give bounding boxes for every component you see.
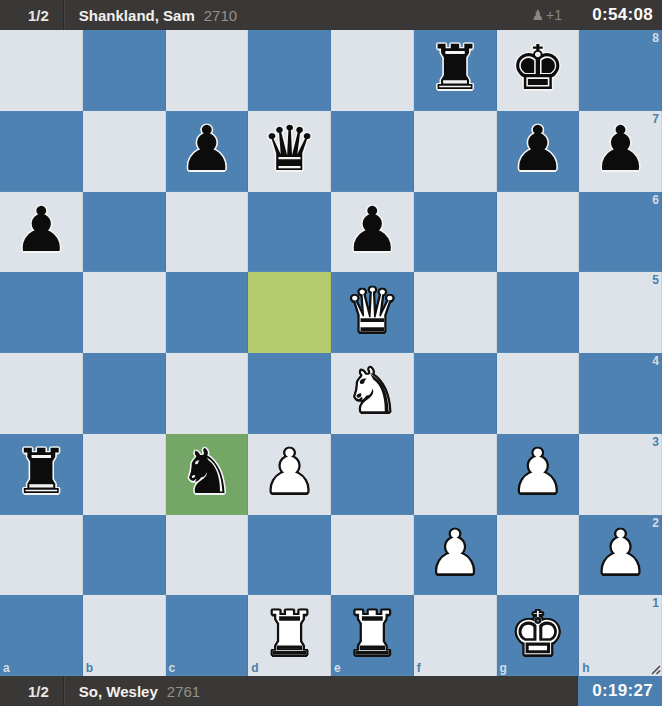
square-g1[interactable]: ♚g	[497, 595, 580, 676]
square-d6[interactable]	[248, 192, 331, 273]
square-a7[interactable]	[0, 111, 83, 192]
square-e4[interactable]: ♞	[331, 353, 414, 434]
rank-label-1: 1	[652, 597, 659, 609]
square-e1[interactable]: ♜e	[331, 595, 414, 676]
square-b1[interactable]: b	[83, 595, 166, 676]
square-d3[interactable]: ♟	[248, 434, 331, 515]
square-c7[interactable]: ♟	[166, 111, 249, 192]
square-b6[interactable]	[83, 192, 166, 273]
square-g6[interactable]	[497, 192, 580, 273]
piece-white-queen-e5[interactable]: ♛	[345, 280, 401, 342]
square-b5[interactable]	[83, 272, 166, 353]
square-g3[interactable]: ♟	[497, 434, 580, 515]
square-b8[interactable]	[83, 30, 166, 111]
top-player-status: ♟ +1 0:54:08	[531, 0, 662, 30]
square-a8[interactable]	[0, 30, 83, 111]
rank-label-7: 7	[652, 113, 659, 125]
bar-divider	[63, 0, 64, 30]
square-h4[interactable]: 4	[579, 353, 662, 434]
square-h3[interactable]: 3	[579, 434, 662, 515]
square-c4[interactable]	[166, 353, 249, 434]
square-a3[interactable]: ♜	[0, 434, 83, 515]
square-g4[interactable]	[497, 353, 580, 434]
piece-black-pawn-h7[interactable]: ♟	[593, 118, 649, 180]
file-label-c: c	[169, 662, 176, 674]
bottom-player-bar: 1/2 So, Wesley 2761 0:19:27	[0, 676, 662, 706]
square-f8[interactable]: ♜	[414, 30, 497, 111]
piece-black-rook-f8[interactable]: ♜	[427, 37, 483, 99]
square-e8[interactable]	[331, 30, 414, 111]
piece-black-pawn-c7[interactable]: ♟	[179, 118, 235, 180]
piece-white-pawn-h2[interactable]: ♟	[593, 522, 649, 584]
square-d2[interactable]	[248, 515, 331, 596]
square-c2[interactable]	[166, 515, 249, 596]
file-label-g: g	[500, 662, 507, 674]
piece-black-pawn-a6[interactable]: ♟	[14, 199, 70, 261]
material-advantage: ♟ +1	[531, 0, 562, 30]
square-h8[interactable]: 8	[579, 30, 662, 111]
piece-black-pawn-g7[interactable]: ♟	[510, 118, 566, 180]
bottom-player-info: 1/2 So, Wesley 2761	[0, 676, 578, 706]
chess-board: ♜♚8♟♛♟♟7♟♟6♛5♞4♜♞♟♟3♟♟2abc♜d♜ef♚gh1	[0, 30, 662, 676]
square-f1[interactable]: f	[414, 595, 497, 676]
piece-black-king-g8[interactable]: ♚	[510, 37, 566, 99]
rank-label-2: 2	[652, 517, 659, 529]
bottom-player-status: 0:19:27	[578, 676, 662, 706]
piece-black-rook-a3[interactable]: ♜	[14, 441, 70, 503]
piece-white-pawn-g3[interactable]: ♟	[510, 441, 566, 503]
bottom-player-name: So, Wesley	[79, 683, 158, 700]
piece-black-queen-d7[interactable]: ♛	[262, 118, 318, 180]
rank-label-5: 5	[652, 274, 659, 286]
square-e6[interactable]: ♟	[331, 192, 414, 273]
top-player-name: Shankland, Sam	[79, 7, 195, 24]
square-a4[interactable]	[0, 353, 83, 434]
rank-label-3: 3	[652, 436, 659, 448]
square-d7[interactable]: ♛	[248, 111, 331, 192]
square-a6[interactable]: ♟	[0, 192, 83, 273]
square-b7[interactable]	[83, 111, 166, 192]
square-a1[interactable]: a	[0, 595, 83, 676]
top-player-bar: 1/2 Shankland, Sam 2710 ♟ +1 0:54:08	[0, 0, 662, 30]
chess-app-window: 1/2 Shankland, Sam 2710 ♟ +1 0:54:08 ♜♚8…	[0, 0, 662, 706]
square-g7[interactable]: ♟	[497, 111, 580, 192]
square-g2[interactable]	[497, 515, 580, 596]
square-g5[interactable]	[497, 272, 580, 353]
file-label-e: e	[334, 662, 341, 674]
bottom-player-score: 1/2	[0, 683, 63, 700]
square-b2[interactable]	[83, 515, 166, 596]
square-e3[interactable]	[331, 434, 414, 515]
piece-white-pawn-f2[interactable]: ♟	[427, 522, 483, 584]
square-f7[interactable]	[414, 111, 497, 192]
resize-handle-icon[interactable]	[647, 661, 661, 675]
piece-black-pawn-e6[interactable]: ♟	[345, 199, 401, 261]
square-c3[interactable]: ♞	[166, 434, 249, 515]
material-advantage-value: +1	[546, 7, 562, 23]
square-h2[interactable]: ♟2	[579, 515, 662, 596]
file-label-f: f	[417, 662, 421, 674]
top-player-clock: 0:54:08	[578, 0, 662, 30]
square-c1[interactable]: c	[166, 595, 249, 676]
square-a5[interactable]	[0, 272, 83, 353]
square-b4[interactable]	[83, 353, 166, 434]
piece-white-king-g1[interactable]: ♚	[510, 603, 566, 665]
square-e2[interactable]	[331, 515, 414, 596]
square-h7[interactable]: ♟7	[579, 111, 662, 192]
square-e5[interactable]: ♛	[331, 272, 414, 353]
square-e7[interactable]	[331, 111, 414, 192]
square-c6[interactable]	[166, 192, 249, 273]
square-b3[interactable]	[83, 434, 166, 515]
square-f3[interactable]	[414, 434, 497, 515]
top-player-rating: 2710	[204, 7, 237, 24]
top-player-score: 1/2	[0, 7, 63, 24]
piece-black-knight-c3[interactable]: ♞	[179, 441, 235, 503]
square-f6[interactable]	[414, 192, 497, 273]
square-d1[interactable]: ♜d	[248, 595, 331, 676]
square-d8[interactable]	[248, 30, 331, 111]
top-player-info: 1/2 Shankland, Sam 2710	[0, 0, 531, 30]
square-c8[interactable]	[166, 30, 249, 111]
piece-white-rook-d1[interactable]: ♜	[262, 603, 318, 665]
rank-label-8: 8	[652, 32, 659, 44]
square-a2[interactable]	[0, 515, 83, 596]
square-d4[interactable]	[248, 353, 331, 434]
bar-divider	[63, 676, 64, 706]
square-h5[interactable]: 5	[579, 272, 662, 353]
file-label-b: b	[86, 662, 93, 674]
square-f4[interactable]	[414, 353, 497, 434]
bottom-player-rating: 2761	[167, 683, 200, 700]
piece-white-pawn-d3[interactable]: ♟	[262, 441, 318, 503]
square-d5[interactable]	[248, 272, 331, 353]
piece-white-knight-e4[interactable]: ♞	[345, 360, 401, 422]
square-h6[interactable]: 6	[579, 192, 662, 273]
square-f2[interactable]: ♟	[414, 515, 497, 596]
file-label-h: h	[582, 662, 589, 674]
pawn-icon: ♟	[531, 8, 544, 22]
square-c5[interactable]	[166, 272, 249, 353]
rank-label-4: 4	[652, 355, 659, 367]
square-g8[interactable]: ♚	[497, 30, 580, 111]
file-label-a: a	[3, 662, 10, 674]
file-label-d: d	[251, 662, 258, 674]
bottom-player-clock: 0:19:27	[578, 676, 662, 706]
rank-label-6: 6	[652, 194, 659, 206]
square-f5[interactable]	[414, 272, 497, 353]
piece-white-rook-e1[interactable]: ♜	[345, 603, 401, 665]
